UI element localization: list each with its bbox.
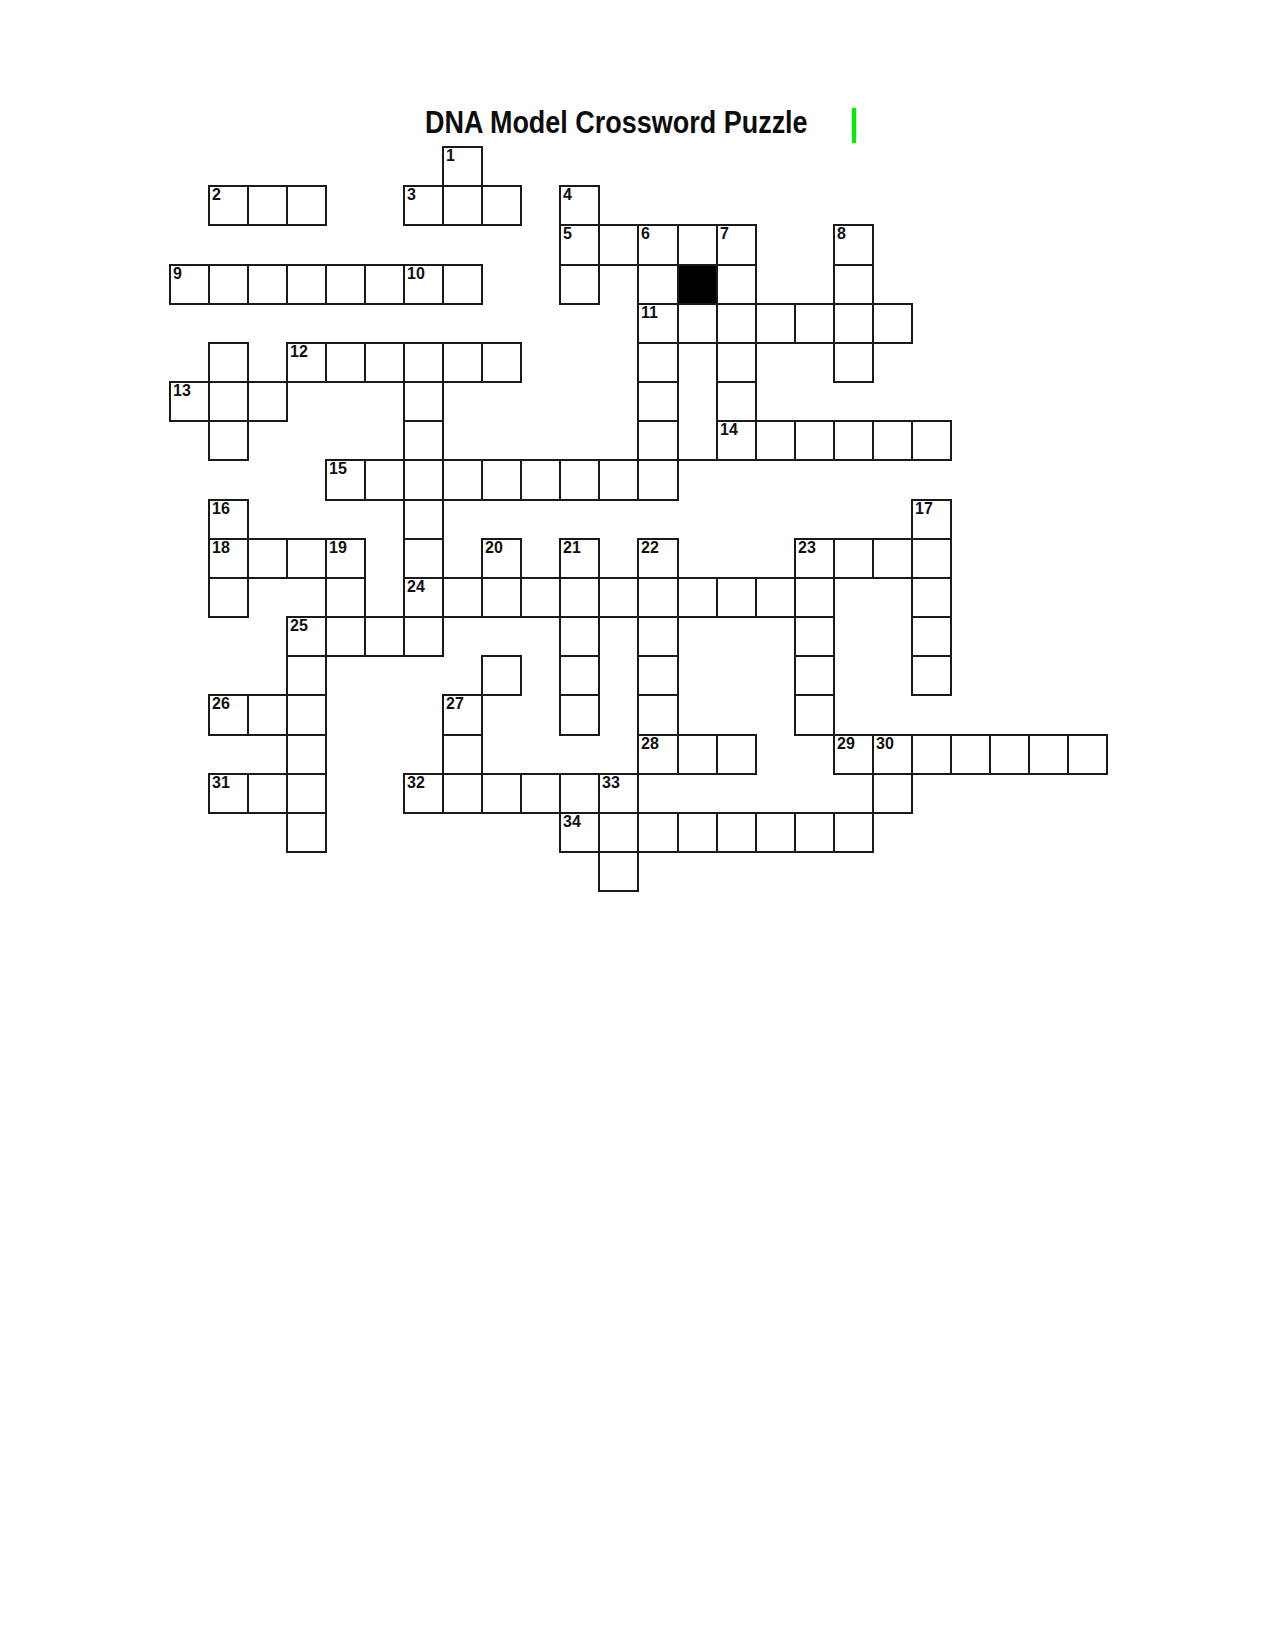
cell-r8-c9[interactable] bbox=[520, 459, 559, 501]
cell-r3-c5[interactable] bbox=[364, 264, 403, 305]
cell-r10-c3[interactable] bbox=[286, 538, 325, 579]
cell-r4-c18[interactable] bbox=[872, 303, 913, 344]
cell-r13-c12[interactable] bbox=[637, 655, 679, 694]
cell-r5-c1[interactable] bbox=[208, 342, 249, 381]
cell-r16-c6[interactable]: 32 bbox=[403, 773, 442, 814]
cell-r5-c14[interactable] bbox=[716, 342, 757, 381]
cell-r8-c10[interactable] bbox=[559, 459, 598, 501]
cell-r2-c14[interactable]: 7 bbox=[716, 224, 757, 264]
cell-r5-c7[interactable] bbox=[442, 342, 481, 383]
cell-r3-c7[interactable] bbox=[442, 264, 483, 305]
cell-r12-c12[interactable] bbox=[637, 616, 679, 655]
cell-r10-c16[interactable]: 23 bbox=[794, 538, 833, 577]
cell-r10-c18[interactable] bbox=[872, 538, 911, 579]
cell-r12-c4[interactable] bbox=[325, 616, 364, 657]
clue-number: 28 bbox=[641, 736, 659, 753]
cell-r16-c18[interactable] bbox=[872, 773, 913, 814]
cell-r16-c9[interactable] bbox=[520, 773, 559, 814]
clue-number: 19 bbox=[329, 540, 347, 557]
cell-r2-c12[interactable]: 6 bbox=[637, 224, 677, 264]
cell-r3-c10[interactable] bbox=[559, 264, 600, 305]
cell-r17-c10[interactable]: 34 bbox=[559, 812, 598, 853]
clue-number: 17 bbox=[915, 501, 933, 518]
cell-r9-c1[interactable]: 16 bbox=[208, 499, 249, 538]
cell-r11-c14[interactable] bbox=[716, 577, 755, 618]
cell-r16-c7[interactable] bbox=[442, 773, 481, 814]
cell-r18-c11[interactable] bbox=[598, 851, 639, 892]
cell-r15-c13[interactable] bbox=[677, 734, 716, 775]
clue-number: 3 bbox=[407, 187, 416, 204]
cell-r11-c13[interactable] bbox=[677, 577, 716, 618]
cell-r3-c4[interactable] bbox=[325, 264, 364, 305]
cell-r2-c10[interactable]: 5 bbox=[559, 224, 598, 264]
cell-r15-c14[interactable] bbox=[716, 734, 757, 775]
cell-r14-c3[interactable] bbox=[286, 694, 327, 734]
cell-r3-c3[interactable] bbox=[286, 264, 325, 305]
cell-r15-c18[interactable]: 30 bbox=[872, 734, 911, 773]
cell-r8-c7[interactable] bbox=[442, 459, 481, 501]
clue-number: 26 bbox=[212, 696, 230, 713]
cell-r13-c3[interactable] bbox=[286, 655, 327, 694]
cell-r16-c8[interactable] bbox=[481, 773, 520, 814]
cell-r15-c17[interactable]: 29 bbox=[833, 734, 872, 775]
cell-r13-c8[interactable] bbox=[481, 655, 522, 696]
clue-number: 2 bbox=[212, 187, 221, 204]
cell-r11-c7[interactable] bbox=[442, 577, 481, 618]
cell-r9-c6[interactable] bbox=[403, 499, 444, 538]
cell-r7-c15[interactable] bbox=[755, 420, 794, 461]
clue-number: 7 bbox=[720, 226, 729, 243]
cell-r5-c8[interactable] bbox=[481, 342, 522, 383]
cell-r11-c19[interactable] bbox=[911, 577, 952, 616]
cell-r11-c11[interactable] bbox=[598, 577, 637, 618]
clue-number: 4 bbox=[563, 187, 572, 204]
cell-r16-c1[interactable]: 31 bbox=[208, 773, 247, 814]
cell-r13-c16[interactable] bbox=[794, 655, 835, 694]
cell-r15-c22[interactable] bbox=[1028, 734, 1067, 775]
cell-r3-c14[interactable] bbox=[716, 264, 757, 303]
cell-r11-c16[interactable] bbox=[794, 577, 835, 616]
black-cell bbox=[677, 264, 716, 303]
cell-r15-c21[interactable] bbox=[989, 734, 1028, 775]
clue-number: 25 bbox=[290, 618, 308, 635]
cell-r4-c17[interactable] bbox=[833, 303, 872, 342]
cell-r7-c18[interactable] bbox=[872, 420, 911, 461]
cell-r7-c16[interactable] bbox=[794, 420, 833, 461]
cell-r15-c19[interactable] bbox=[911, 734, 950, 775]
cell-r10-c19[interactable] bbox=[911, 538, 952, 577]
clue-number: 1 bbox=[446, 148, 455, 165]
cell-r13-c10[interactable] bbox=[559, 655, 600, 694]
cell-r3-c1[interactable] bbox=[208, 264, 247, 305]
clue-number: 30 bbox=[876, 736, 894, 753]
cell-r6-c0[interactable]: 13 bbox=[169, 381, 208, 422]
clue-number: 24 bbox=[407, 579, 425, 596]
clue-number: 21 bbox=[563, 540, 581, 557]
cell-r16-c3[interactable] bbox=[286, 773, 327, 812]
cell-r12-c3[interactable]: 25 bbox=[286, 616, 325, 655]
cell-r0-c7[interactable]: 1 bbox=[442, 146, 483, 185]
cell-r9-c19[interactable]: 17 bbox=[911, 499, 952, 538]
cell-r1-c7[interactable] bbox=[442, 185, 481, 226]
clue-number: 5 bbox=[563, 226, 572, 243]
cell-r16-c10[interactable] bbox=[559, 773, 598, 812]
cell-r15-c7[interactable] bbox=[442, 734, 483, 773]
cell-r16-c2[interactable] bbox=[247, 773, 286, 814]
clue-number: 22 bbox=[641, 540, 659, 557]
cell-r7-c19[interactable] bbox=[911, 420, 952, 461]
cell-r11-c8[interactable] bbox=[481, 577, 520, 618]
cell-r12-c19[interactable] bbox=[911, 616, 952, 655]
clue-number: 11 bbox=[641, 305, 658, 322]
cell-r7-c14[interactable]: 14 bbox=[716, 420, 755, 461]
clue-number: 31 bbox=[212, 775, 230, 792]
cell-r6-c2[interactable] bbox=[247, 381, 288, 422]
cell-r14-c1[interactable]: 26 bbox=[208, 694, 247, 736]
clue-number: 32 bbox=[407, 775, 425, 792]
cell-r15-c20[interactable] bbox=[950, 734, 989, 775]
cell-r6-c13[interactable] bbox=[677, 381, 716, 420]
clue-number: 29 bbox=[837, 736, 855, 753]
clue-number: 8 bbox=[837, 226, 846, 243]
cell-r7-c13[interactable] bbox=[677, 420, 716, 461]
cell-r7-c1[interactable] bbox=[208, 420, 249, 461]
cell-r2-c17[interactable]: 8 bbox=[833, 224, 874, 264]
cell-r7-c6[interactable] bbox=[403, 420, 444, 459]
cell-r5-c5[interactable] bbox=[364, 342, 403, 383]
cell-r4-c14[interactable] bbox=[716, 303, 755, 342]
cell-r15-c12[interactable]: 28 bbox=[637, 734, 677, 775]
cell-r5-c3[interactable]: 12 bbox=[286, 342, 325, 383]
cell-r1-c2[interactable] bbox=[247, 185, 286, 226]
cell-r10-c12[interactable]: 22 bbox=[637, 538, 679, 577]
cell-r1-c1[interactable]: 2 bbox=[208, 185, 247, 226]
cell-r6-c1[interactable] bbox=[208, 381, 247, 420]
clue-number: 14 bbox=[720, 422, 738, 439]
clue-number: 27 bbox=[446, 696, 464, 713]
clue-number: 18 bbox=[212, 540, 230, 557]
cell-r14-c10[interactable] bbox=[559, 694, 600, 736]
cell-r4-c15[interactable] bbox=[755, 303, 794, 344]
cell-r6-c14[interactable] bbox=[716, 381, 757, 420]
clue-number: 10 bbox=[407, 266, 425, 283]
cell-r17-c11[interactable] bbox=[598, 812, 637, 851]
cell-r17-c14[interactable] bbox=[716, 812, 755, 853]
cell-r12-c10[interactable] bbox=[559, 616, 600, 655]
cell-r14-c7[interactable]: 27 bbox=[442, 694, 483, 734]
cell-r5-c17[interactable] bbox=[833, 342, 874, 383]
cell-r15-c23[interactable] bbox=[1067, 734, 1108, 775]
cell-r5-c12[interactable] bbox=[637, 342, 677, 381]
cell-r3-c6[interactable]: 10 bbox=[403, 264, 442, 305]
cell-r11-c10[interactable] bbox=[559, 577, 598, 616]
cell-r6-c6[interactable] bbox=[403, 381, 444, 420]
cell-r12-c6[interactable] bbox=[403, 616, 444, 657]
cell-r10-c4[interactable]: 19 bbox=[325, 538, 366, 577]
cell-r14-c16[interactable] bbox=[794, 694, 835, 736]
cell-r8-c4[interactable]: 15 bbox=[325, 459, 364, 501]
cell-r1-c8[interactable] bbox=[481, 185, 522, 226]
clue-number: 23 bbox=[798, 540, 816, 557]
cell-r8-c6[interactable] bbox=[403, 459, 442, 499]
cell-r3-c2[interactable] bbox=[247, 264, 286, 305]
cell-r3-c17[interactable] bbox=[833, 264, 874, 303]
clue-number: 16 bbox=[212, 501, 230, 518]
cell-r12-c16[interactable] bbox=[794, 616, 835, 655]
cell-r4-c16[interactable] bbox=[794, 303, 833, 344]
cell-r10-c6[interactable] bbox=[403, 538, 444, 577]
cell-r10-c2[interactable] bbox=[247, 538, 286, 579]
clue-number: 20 bbox=[485, 540, 503, 557]
cell-r3-c0[interactable]: 9 bbox=[169, 264, 208, 305]
cell-r11-c15[interactable] bbox=[755, 577, 794, 618]
cell-r8-c11[interactable] bbox=[598, 459, 637, 501]
cell-r4-c13[interactable] bbox=[677, 303, 716, 342]
cell-r4-c12[interactable]: 11 bbox=[637, 303, 677, 342]
clue-number: 15 bbox=[329, 461, 347, 478]
cell-r17-c15[interactable] bbox=[755, 812, 794, 853]
clue-number: 12 bbox=[290, 344, 308, 361]
clue-number: 6 bbox=[641, 226, 650, 243]
cell-r8-c8[interactable] bbox=[481, 459, 520, 501]
cell-r1-c6[interactable]: 3 bbox=[403, 185, 442, 226]
cell-r5-c13[interactable] bbox=[677, 342, 716, 381]
cell-r10-c10[interactable]: 21 bbox=[559, 538, 600, 577]
cell-r12-c5[interactable] bbox=[364, 616, 403, 657]
clue-number: 33 bbox=[602, 775, 620, 792]
cell-r5-c6[interactable] bbox=[403, 342, 442, 381]
cell-r14-c12[interactable] bbox=[637, 694, 679, 734]
cell-r17-c3[interactable] bbox=[286, 812, 327, 853]
cell-r11-c4[interactable] bbox=[325, 577, 366, 616]
cell-r7-c17[interactable] bbox=[833, 420, 872, 461]
cell-r2-c13[interactable] bbox=[677, 224, 716, 264]
cell-r5-c4[interactable] bbox=[325, 342, 364, 383]
cell-r8-c12[interactable] bbox=[637, 459, 679, 501]
cell-r13-c19[interactable] bbox=[911, 655, 952, 696]
cell-r6-c12[interactable] bbox=[637, 381, 677, 420]
crossword-grid: 1234567891011121314151617181920212223242… bbox=[0, 0, 1275, 1650]
cell-r8-c5[interactable] bbox=[364, 459, 403, 501]
cell-r10-c1[interactable]: 18 bbox=[208, 538, 247, 577]
cell-r15-c3[interactable] bbox=[286, 734, 327, 773]
cell-r14-c2[interactable] bbox=[247, 694, 286, 736]
cell-r10-c8[interactable]: 20 bbox=[481, 538, 522, 577]
cell-r16-c11[interactable]: 33 bbox=[598, 773, 639, 812]
cell-r17-c17[interactable] bbox=[833, 812, 874, 853]
cell-r11-c9[interactable] bbox=[520, 577, 559, 618]
clue-number: 34 bbox=[563, 814, 581, 831]
cell-r11-c6[interactable]: 24 bbox=[403, 577, 442, 616]
cell-r2-c11[interactable] bbox=[598, 224, 637, 266]
cell-r17-c13[interactable] bbox=[677, 812, 716, 853]
cell-r7-c12[interactable] bbox=[637, 420, 677, 459]
cell-r11-c1[interactable] bbox=[208, 577, 249, 618]
cell-r11-c12[interactable] bbox=[637, 577, 677, 616]
cell-r3-c12[interactable] bbox=[637, 264, 677, 303]
clue-number: 9 bbox=[173, 266, 182, 283]
cell-r17-c16[interactable] bbox=[794, 812, 833, 853]
cell-r17-c12[interactable] bbox=[637, 812, 677, 853]
cell-r1-c3[interactable] bbox=[286, 185, 327, 226]
page: DNA Model Crossword Puzzle 1234567891011… bbox=[0, 0, 1275, 1650]
clue-number: 13 bbox=[173, 383, 191, 400]
cell-r10-c17[interactable] bbox=[833, 538, 872, 579]
cell-r1-c10[interactable]: 4 bbox=[559, 185, 600, 224]
